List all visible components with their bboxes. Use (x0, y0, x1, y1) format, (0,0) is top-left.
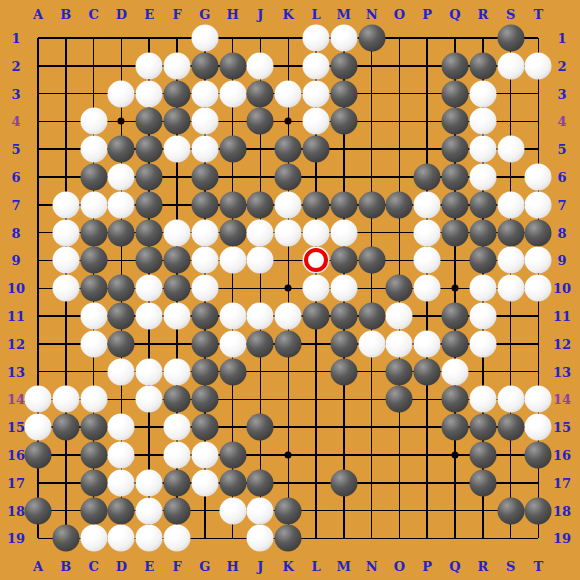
row-label-left: 18 (7, 504, 25, 517)
black-stone[interactable] (497, 414, 524, 441)
black-stone[interactable] (80, 497, 107, 524)
black-stone[interactable] (442, 164, 469, 191)
black-stone[interactable] (414, 164, 441, 191)
white-stone[interactable] (52, 386, 79, 413)
row-label-left: 2 (11, 59, 20, 72)
white-stone[interactable] (469, 330, 496, 357)
white-stone[interactable] (497, 191, 524, 218)
white-stone[interactable] (52, 247, 79, 274)
column-label-top: N (366, 8, 378, 21)
black-stone[interactable] (442, 414, 469, 441)
column-label-top: K (283, 8, 294, 21)
white-stone[interactable] (469, 108, 496, 135)
black-stone[interactable] (247, 330, 274, 357)
black-stone[interactable] (136, 108, 163, 135)
white-stone[interactable] (330, 219, 357, 246)
black-stone[interactable] (164, 80, 191, 107)
black-stone[interactable] (330, 303, 357, 330)
black-stone[interactable] (108, 136, 135, 163)
black-stone[interactable] (386, 386, 413, 413)
black-stone[interactable] (275, 497, 302, 524)
black-stone[interactable] (52, 525, 79, 552)
white-stone[interactable] (136, 525, 163, 552)
row-label-right: 3 (557, 87, 566, 100)
black-stone[interactable] (191, 191, 218, 218)
white-stone[interactable] (247, 219, 274, 246)
column-label-bottom: G (199, 560, 210, 573)
white-stone[interactable] (136, 303, 163, 330)
black-stone[interactable] (469, 52, 496, 79)
row-label-right: 6 (557, 171, 566, 184)
black-stone[interactable] (358, 247, 385, 274)
black-stone[interactable] (80, 219, 107, 246)
black-stone[interactable] (108, 330, 135, 357)
row-label-right: 8 (557, 226, 566, 239)
black-stone[interactable] (414, 358, 441, 385)
black-stone[interactable] (330, 191, 357, 218)
black-stone[interactable] (80, 469, 107, 496)
white-stone[interactable] (247, 497, 274, 524)
row-label-right: 14 (553, 393, 571, 406)
column-label-bottom: L (311, 560, 320, 573)
row-label-left: 12 (7, 337, 25, 350)
black-stone[interactable] (330, 80, 357, 107)
white-stone[interactable] (525, 386, 552, 413)
white-stone[interactable] (191, 80, 218, 107)
black-stone[interactable] (52, 414, 79, 441)
column-label-top: R (477, 8, 488, 21)
white-stone[interactable] (469, 303, 496, 330)
black-stone[interactable] (247, 80, 274, 107)
column-label-bottom: T (534, 560, 544, 573)
black-stone[interactable] (108, 303, 135, 330)
black-stone[interactable] (80, 275, 107, 302)
black-stone[interactable] (442, 136, 469, 163)
row-label-left: 17 (7, 476, 25, 489)
black-stone[interactable] (330, 52, 357, 79)
white-stone[interactable] (52, 219, 79, 246)
black-stone[interactable] (275, 136, 302, 163)
black-stone[interactable] (25, 497, 52, 524)
black-stone[interactable] (469, 469, 496, 496)
white-stone[interactable] (25, 386, 52, 413)
white-stone[interactable] (247, 52, 274, 79)
white-stone[interactable] (164, 358, 191, 385)
black-stone[interactable] (303, 191, 330, 218)
column-label-bottom: D (116, 560, 127, 573)
white-stone[interactable] (469, 386, 496, 413)
column-label-top: O (394, 8, 405, 21)
star-point (285, 118, 292, 125)
column-label-bottom: P (422, 560, 432, 573)
white-stone[interactable] (52, 191, 79, 218)
column-label-bottom: A (33, 560, 43, 573)
white-stone[interactable] (525, 191, 552, 218)
black-stone[interactable] (442, 330, 469, 357)
white-stone[interactable] (386, 330, 413, 357)
row-label-right: 13 (553, 365, 571, 378)
white-stone[interactable] (25, 414, 52, 441)
white-stone[interactable] (80, 136, 107, 163)
row-label-left: 15 (7, 421, 25, 434)
white-stone[interactable] (330, 25, 357, 52)
column-label-bottom: N (366, 560, 378, 573)
white-stone[interactable] (191, 442, 218, 469)
white-stone[interactable] (497, 247, 524, 274)
row-label-right: 1 (557, 32, 566, 45)
column-label-top: C (88, 8, 98, 21)
column-label-top: Q (449, 8, 460, 21)
black-stone[interactable] (219, 219, 246, 246)
white-stone[interactable] (136, 497, 163, 524)
white-stone[interactable] (414, 191, 441, 218)
column-label-top: F (172, 8, 181, 21)
white-stone[interactable] (247, 525, 274, 552)
white-stone[interactable] (247, 247, 274, 274)
black-stone[interactable] (80, 164, 107, 191)
white-stone[interactable] (525, 247, 552, 274)
black-stone[interactable] (108, 497, 135, 524)
white-stone[interactable] (525, 52, 552, 79)
white-stone[interactable] (247, 303, 274, 330)
white-stone[interactable] (164, 136, 191, 163)
column-label-top: M (337, 8, 351, 21)
column-label-top: S (506, 8, 515, 21)
row-label-right: 10 (553, 282, 571, 295)
white-stone[interactable] (164, 303, 191, 330)
black-stone[interactable] (136, 191, 163, 218)
white-stone[interactable] (191, 108, 218, 135)
grid-line-vertical (371, 38, 373, 538)
white-stone[interactable] (303, 80, 330, 107)
column-label-bottom: R (477, 560, 488, 573)
black-stone[interactable] (247, 108, 274, 135)
row-label-right: 19 (553, 532, 571, 545)
black-stone[interactable] (386, 358, 413, 385)
white-stone[interactable] (219, 303, 246, 330)
black-stone[interactable] (442, 386, 469, 413)
row-label-left: 8 (11, 226, 20, 239)
white-stone[interactable] (497, 136, 524, 163)
white-stone[interactable] (108, 191, 135, 218)
white-stone[interactable] (191, 247, 218, 274)
white-stone[interactable] (219, 80, 246, 107)
black-stone[interactable] (164, 469, 191, 496)
white-stone[interactable] (136, 52, 163, 79)
white-stone[interactable] (191, 219, 218, 246)
column-label-bottom: J (257, 560, 263, 573)
white-stone[interactable] (108, 442, 135, 469)
black-stone[interactable] (191, 330, 218, 357)
white-stone[interactable] (164, 525, 191, 552)
white-stone[interactable] (414, 247, 441, 274)
black-stone[interactable] (191, 358, 218, 385)
black-stone[interactable] (136, 164, 163, 191)
black-stone[interactable] (219, 469, 246, 496)
column-label-top: E (144, 8, 154, 21)
black-stone[interactable] (80, 414, 107, 441)
white-stone[interactable] (219, 330, 246, 357)
black-stone[interactable] (442, 191, 469, 218)
black-stone[interactable] (80, 442, 107, 469)
black-stone[interactable] (164, 386, 191, 413)
star-point (452, 452, 459, 459)
black-stone[interactable] (191, 164, 218, 191)
white-stone[interactable] (80, 303, 107, 330)
white-stone[interactable] (191, 469, 218, 496)
white-stone[interactable] (414, 330, 441, 357)
column-label-top: H (226, 8, 238, 21)
black-stone[interactable] (303, 136, 330, 163)
black-stone[interactable] (330, 469, 357, 496)
white-stone[interactable] (108, 469, 135, 496)
black-stone[interactable] (525, 442, 552, 469)
row-label-left: 1 (11, 32, 20, 45)
black-stone[interactable] (108, 219, 135, 246)
column-label-bottom: E (144, 560, 154, 573)
column-label-bottom: O (394, 560, 405, 573)
white-stone[interactable] (469, 136, 496, 163)
white-stone[interactable] (303, 25, 330, 52)
white-stone[interactable] (136, 358, 163, 385)
star-point (285, 285, 292, 292)
row-label-left: 9 (11, 254, 20, 267)
black-stone[interactable] (497, 25, 524, 52)
white-stone[interactable] (80, 191, 107, 218)
white-stone[interactable] (136, 386, 163, 413)
white-stone[interactable] (414, 219, 441, 246)
white-stone[interactable] (386, 303, 413, 330)
star-point (118, 118, 125, 125)
black-stone[interactable] (330, 108, 357, 135)
black-stone[interactable] (442, 80, 469, 107)
row-label-left: 10 (7, 282, 25, 295)
white-stone[interactable] (275, 80, 302, 107)
black-stone[interactable] (469, 247, 496, 274)
black-stone[interactable] (525, 219, 552, 246)
black-stone[interactable] (442, 108, 469, 135)
white-stone[interactable] (164, 442, 191, 469)
white-stone[interactable] (469, 275, 496, 302)
black-stone[interactable] (108, 275, 135, 302)
white-stone[interactable] (219, 247, 246, 274)
white-stone[interactable] (469, 164, 496, 191)
white-stone[interactable] (80, 330, 107, 357)
column-label-top: T (534, 8, 544, 21)
black-stone[interactable] (386, 191, 413, 218)
black-stone[interactable] (80, 247, 107, 274)
column-label-top: B (60, 8, 71, 21)
row-label-right: 11 (553, 310, 571, 323)
column-label-bottom: C (88, 560, 98, 573)
white-stone[interactable] (108, 358, 135, 385)
black-stone[interactable] (275, 525, 302, 552)
column-label-top: G (199, 8, 210, 21)
white-stone[interactable] (303, 52, 330, 79)
white-stone[interactable] (164, 219, 191, 246)
black-stone[interactable] (191, 414, 218, 441)
star-point (452, 285, 459, 292)
black-stone[interactable] (330, 330, 357, 357)
column-label-bottom: F (172, 560, 181, 573)
black-stone[interactable] (497, 219, 524, 246)
white-stone[interactable] (52, 275, 79, 302)
white-stone[interactable] (497, 386, 524, 413)
row-label-right: 16 (553, 449, 571, 462)
white-stone[interactable] (164, 52, 191, 79)
black-stone[interactable] (164, 247, 191, 274)
row-label-right: 17 (553, 476, 571, 489)
black-stone[interactable] (219, 442, 246, 469)
white-stone[interactable] (303, 219, 330, 246)
black-stone[interactable] (136, 219, 163, 246)
white-stone[interactable] (442, 358, 469, 385)
white-stone[interactable] (275, 303, 302, 330)
white-stone[interactable] (164, 414, 191, 441)
go-board[interactable]: AABBCCDDEEFFGGHHJJKKLLMMNNOOPPQQRRSSTT11… (0, 0, 580, 580)
white-stone[interactable] (358, 330, 385, 357)
black-stone[interactable] (442, 303, 469, 330)
column-label-bottom: Q (449, 560, 460, 573)
white-stone[interactable] (136, 275, 163, 302)
white-stone[interactable] (330, 275, 357, 302)
black-stone[interactable] (497, 497, 524, 524)
white-stone[interactable] (525, 275, 552, 302)
column-label-bottom: K (283, 560, 294, 573)
white-stone[interactable] (136, 80, 163, 107)
white-stone[interactable] (108, 80, 135, 107)
black-stone[interactable] (386, 275, 413, 302)
white-stone[interactable] (414, 275, 441, 302)
black-stone[interactable] (330, 247, 357, 274)
black-stone[interactable] (191, 386, 218, 413)
black-stone[interactable] (25, 442, 52, 469)
black-stone[interactable] (303, 303, 330, 330)
black-stone[interactable] (164, 275, 191, 302)
white-stone[interactable] (136, 469, 163, 496)
white-stone[interactable] (303, 108, 330, 135)
white-stone[interactable] (191, 136, 218, 163)
white-stone[interactable] (108, 164, 135, 191)
black-stone[interactable] (442, 219, 469, 246)
row-label-right: 15 (553, 421, 571, 434)
black-stone[interactable] (191, 52, 218, 79)
row-label-left: 19 (7, 532, 25, 545)
row-label-right: 9 (557, 254, 566, 267)
last-move-marker (304, 248, 328, 272)
black-stone[interactable] (219, 358, 246, 385)
black-stone[interactable] (442, 52, 469, 79)
column-label-top: A (33, 8, 43, 21)
black-stone[interactable] (469, 442, 496, 469)
white-stone[interactable] (469, 80, 496, 107)
column-label-bottom: B (60, 560, 71, 573)
black-stone[interactable] (247, 191, 274, 218)
row-label-right: 18 (553, 504, 571, 517)
black-stone[interactable] (275, 164, 302, 191)
column-label-top: L (311, 8, 320, 21)
white-stone[interactable] (80, 525, 107, 552)
column-label-top: P (422, 8, 432, 21)
row-label-right: 2 (557, 59, 566, 72)
black-stone[interactable] (469, 219, 496, 246)
black-stone[interactable] (136, 136, 163, 163)
white-stone[interactable] (80, 386, 107, 413)
row-label-left: 7 (11, 198, 20, 211)
black-stone[interactable] (164, 108, 191, 135)
column-label-bottom: M (337, 560, 351, 573)
black-stone[interactable] (219, 52, 246, 79)
black-stone[interactable] (247, 469, 274, 496)
black-stone[interactable] (358, 25, 385, 52)
row-label-left: 13 (7, 365, 25, 378)
star-point (285, 452, 292, 459)
row-label-right: 4 (557, 115, 566, 128)
black-stone[interactable] (219, 136, 246, 163)
row-label-left: 16 (7, 449, 25, 462)
white-stone[interactable] (219, 497, 246, 524)
white-stone[interactable] (191, 275, 218, 302)
white-stone[interactable] (108, 414, 135, 441)
black-stone[interactable] (275, 330, 302, 357)
white-stone[interactable] (497, 275, 524, 302)
row-label-left: 3 (11, 87, 20, 100)
column-label-top: J (257, 8, 263, 21)
row-label-left: 14 (7, 393, 25, 406)
white-stone[interactable] (497, 52, 524, 79)
black-stone[interactable] (469, 191, 496, 218)
black-stone[interactable] (525, 497, 552, 524)
row-label-left: 5 (11, 143, 20, 156)
white-stone[interactable] (108, 525, 135, 552)
row-label-left: 4 (11, 115, 20, 128)
black-stone[interactable] (330, 358, 357, 385)
black-stone[interactable] (191, 303, 218, 330)
row-label-left: 6 (11, 171, 20, 184)
white-stone[interactable] (525, 414, 552, 441)
black-stone[interactable] (136, 247, 163, 274)
black-stone[interactable] (358, 303, 385, 330)
row-label-right: 12 (553, 337, 571, 350)
black-stone[interactable] (164, 497, 191, 524)
column-label-bottom: S (506, 560, 515, 573)
column-label-top: D (116, 8, 127, 21)
black-stone[interactable] (219, 191, 246, 218)
white-stone[interactable] (275, 191, 302, 218)
white-stone[interactable] (80, 108, 107, 135)
white-stone[interactable] (303, 275, 330, 302)
row-label-right: 5 (557, 143, 566, 156)
white-stone[interactable] (525, 164, 552, 191)
black-stone[interactable] (469, 414, 496, 441)
black-stone[interactable] (247, 414, 274, 441)
white-stone[interactable] (275, 219, 302, 246)
column-label-bottom: H (226, 560, 238, 573)
white-stone[interactable] (191, 25, 218, 52)
row-label-left: 11 (7, 310, 25, 323)
row-label-right: 7 (557, 198, 566, 211)
black-stone[interactable] (358, 191, 385, 218)
